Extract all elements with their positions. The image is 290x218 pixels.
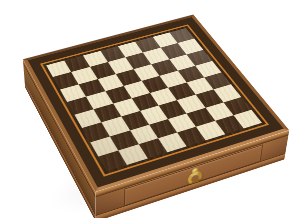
product-photo (0, 0, 290, 218)
board-square (233, 110, 262, 129)
scene (0, 0, 290, 218)
chess-box (23, 14, 290, 192)
board-square (94, 104, 121, 123)
board-square (113, 98, 140, 116)
board-square (98, 150, 127, 171)
board-square (82, 122, 110, 142)
board-square (186, 108, 214, 127)
board-square (118, 144, 147, 165)
board-square (129, 124, 157, 144)
board-square (132, 93, 159, 111)
board-square (67, 96, 94, 114)
board-square (140, 106, 168, 125)
board-square (205, 102, 233, 121)
board-square (102, 117, 130, 136)
board-square (110, 130, 138, 150)
board-square (121, 111, 149, 130)
board-square (158, 132, 187, 152)
board-square (168, 113, 196, 132)
board-square (159, 100, 187, 119)
board-square (86, 91, 113, 109)
board-square (138, 138, 167, 158)
board-square (149, 119, 177, 138)
board-square (223, 97, 251, 115)
board-square (90, 136, 118, 156)
board-square (196, 121, 225, 141)
board-square (177, 95, 205, 113)
board-square (74, 109, 101, 128)
board-square (215, 115, 244, 134)
board-square (177, 126, 206, 146)
